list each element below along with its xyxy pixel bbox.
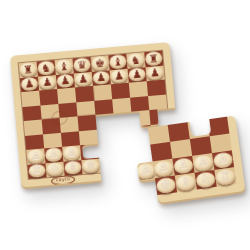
brand-logo: cayro [51,175,76,186]
piece-white-queen-d1[interactable]: ♕ [82,159,100,174]
square-d3-tab [134,145,152,164]
piece-white-bishop-c1[interactable]: ♗ [64,160,82,175]
piece-dark-pawn-b7[interactable]: ♟ [38,75,56,90]
square-e1: ♔ [155,175,177,195]
piece-dark-knight-g8[interactable]: ♞ [127,53,145,68]
square-f1 [117,155,136,171]
square-f2 [116,141,135,157]
piece-dark-queen-d8[interactable]: ♛ [73,58,91,73]
square-e1 [99,157,118,173]
square-e3 [97,128,116,144]
square-a2: ♙ [26,148,45,164]
piece-dark-pawn-c7[interactable]: ♟ [56,74,74,89]
square-f1: ♗ [175,173,197,193]
piece-white-knight-b1[interactable]: ♘ [46,162,64,177]
square-g5 [130,96,149,112]
detached-board-wood: ♙♙♙♙♙♔♗♘♖ [132,116,246,206]
square-c6 [57,87,76,103]
detached-board-piece[interactable]: ♙♙♙♙♙♔♗♘♖ [132,116,246,206]
square-g8: ♞ [126,52,145,68]
square-g4 [131,110,150,126]
piece-dark-pawn-e7[interactable]: ♟ [92,70,110,85]
piece-white-king-e1[interactable]: ♔ [156,176,177,194]
square-a7: ♟ [20,76,39,92]
square-g6 [129,81,148,97]
square-a8: ♜ [19,62,38,78]
product-photo-scene: ♜♞♝♛♚♝♞♜♟♟♟♟♟♟♟♟♙♙♙♖♘♗♕ cayro ♙♙♙♙♙♔♗♘♖ [0,0,250,250]
square-d8: ♛ [72,57,91,73]
square-d4-tab [132,128,150,147]
square-d1-tab [139,178,157,197]
piece-white-bishop-f1[interactable]: ♗ [175,174,196,192]
piece-dark-pawn-a7[interactable]: ♟ [20,77,38,92]
square-d6 [75,86,94,102]
piece-dark-rook-a8[interactable]: ♜ [19,62,37,77]
piece-white-pawn-h2[interactable]: ♙ [213,151,234,169]
square-h7: ♟ [145,65,164,81]
piece-white-rook-h1[interactable]: ♖ [215,168,236,186]
piece-white-rook-a1[interactable]: ♖ [28,163,46,178]
square-c8: ♝ [55,59,74,75]
square-b3 [43,132,62,148]
piece-white-knight-g1[interactable]: ♘ [195,171,216,189]
piece-dark-king-e8[interactable]: ♚ [91,56,109,71]
piece-dark-knight-b8[interactable]: ♞ [37,61,55,76]
square-h5 [148,94,167,110]
square-a6 [21,91,40,107]
piece-white-pawn-e2[interactable]: ♙ [153,159,174,177]
square-h6 [147,80,166,96]
square-c3 [61,131,80,147]
piece-dark-pawn-f7[interactable]: ♟ [110,69,128,84]
piece-dark-bishop-c8[interactable]: ♝ [55,59,73,74]
piece-white-pawn-b2[interactable]: ♙ [45,147,63,162]
square-f3 [115,126,134,142]
square-a1: ♖ [28,163,47,179]
square-h8: ♜ [144,51,163,67]
square-c7: ♟ [56,73,75,89]
square-c2: ♙ [62,145,81,161]
piece-dark-pawn-g7[interactable]: ♟ [128,67,146,82]
piece-white-pawn-c2[interactable]: ♙ [63,146,81,161]
square-b8: ♞ [37,60,56,76]
piece-white-pawn-g2[interactable]: ♙ [193,154,214,172]
square-b2: ♙ [44,147,63,163]
square-f7: ♟ [110,68,129,84]
square-f5 [112,97,131,113]
square-b6 [39,89,58,105]
piece-white-pawn-a2[interactable]: ♙ [27,149,45,164]
square-e6 [93,84,112,100]
piece-dark-pawn-d7[interactable]: ♟ [74,72,92,87]
detached-board-grid: ♙♙♙♙♙♔♗♘♖ [132,117,237,198]
square-h4 [149,109,168,125]
square-a3 [25,134,44,150]
square-c1: ♗ [63,160,82,176]
square-e8: ♚ [90,55,109,71]
square-b7: ♟ [38,75,57,91]
square-d4 [78,115,97,131]
piece-dark-bishop-f8[interactable]: ♝ [109,54,127,69]
square-h1: ♖ [214,167,236,187]
square-g1: ♘ [195,170,217,190]
square-e2 [98,142,117,158]
square-f8: ♝ [108,54,127,70]
square-d1: ♕ [81,158,100,174]
square-d3 [79,129,98,145]
square-d7: ♟ [74,71,93,87]
square-g7: ♟ [128,67,147,83]
square-d2 [80,144,99,160]
square-e4 [95,113,114,129]
piece-white-pawn-f2[interactable]: ♙ [173,157,194,175]
piece-dark-rook-h8[interactable]: ♜ [145,51,163,66]
square-f4 [113,112,132,128]
piece-dark-pawn-h7[interactable]: ♟ [146,66,164,81]
square-f6 [111,83,130,99]
square-e5 [94,99,113,115]
